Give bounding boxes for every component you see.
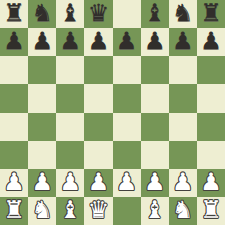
square-d2[interactable]: ♟ bbox=[84, 169, 112, 197]
square-g6[interactable] bbox=[169, 56, 197, 84]
square-d1[interactable]: ♛ bbox=[84, 197, 112, 225]
black-knight-piece[interactable]: ♞ bbox=[31, 1, 53, 25]
black-bishop-piece[interactable]: ♝ bbox=[144, 1, 166, 25]
square-e1[interactable] bbox=[113, 197, 141, 225]
white-bishop-piece[interactable]: ♝ bbox=[60, 198, 82, 222]
white-pawn-piece[interactable]: ♟ bbox=[60, 170, 82, 194]
square-b8[interactable]: ♞ bbox=[28, 0, 56, 28]
white-rook-piece[interactable]: ♜ bbox=[200, 198, 222, 222]
square-c8[interactable]: ♝ bbox=[56, 0, 84, 28]
square-c5[interactable] bbox=[56, 84, 84, 112]
square-h1[interactable]: ♜ bbox=[197, 197, 225, 225]
black-rook-piece[interactable]: ♜ bbox=[3, 1, 25, 25]
square-b4[interactable] bbox=[28, 113, 56, 141]
square-e3[interactable] bbox=[113, 141, 141, 169]
square-g7[interactable]: ♟ bbox=[169, 28, 197, 56]
square-h4[interactable] bbox=[197, 113, 225, 141]
white-knight-piece[interactable]: ♞ bbox=[172, 198, 194, 222]
square-c1[interactable]: ♝ bbox=[56, 197, 84, 225]
square-d5[interactable] bbox=[84, 84, 112, 112]
black-pawn-piece[interactable]: ♟ bbox=[200, 29, 222, 53]
black-knight-piece[interactable]: ♞ bbox=[172, 1, 194, 25]
square-a5[interactable] bbox=[0, 84, 28, 112]
square-b2[interactable]: ♟ bbox=[28, 169, 56, 197]
black-pawn-piece[interactable]: ♟ bbox=[60, 29, 82, 53]
white-knight-piece[interactable]: ♞ bbox=[31, 198, 53, 222]
square-a1[interactable]: ♜ bbox=[0, 197, 28, 225]
white-pawn-piece[interactable]: ♟ bbox=[144, 170, 166, 194]
square-b6[interactable] bbox=[28, 56, 56, 84]
square-c4[interactable] bbox=[56, 113, 84, 141]
square-f3[interactable] bbox=[141, 141, 169, 169]
square-f1[interactable]: ♝ bbox=[141, 197, 169, 225]
black-rook-piece[interactable]: ♜ bbox=[200, 1, 222, 25]
square-e2[interactable]: ♟ bbox=[113, 169, 141, 197]
square-d8[interactable]: ♛ bbox=[84, 0, 112, 28]
square-d4[interactable] bbox=[84, 113, 112, 141]
white-pawn-piece[interactable]: ♟ bbox=[200, 170, 222, 194]
square-c7[interactable]: ♟ bbox=[56, 28, 84, 56]
square-g8[interactable]: ♞ bbox=[169, 0, 197, 28]
square-d7[interactable]: ♟ bbox=[84, 28, 112, 56]
square-g1[interactable]: ♞ bbox=[169, 197, 197, 225]
square-b3[interactable] bbox=[28, 141, 56, 169]
white-bishop-piece[interactable]: ♝ bbox=[144, 198, 166, 222]
square-g5[interactable] bbox=[169, 84, 197, 112]
square-e4[interactable] bbox=[113, 113, 141, 141]
white-pawn-piece[interactable]: ♟ bbox=[3, 170, 25, 194]
white-pawn-piece[interactable]: ♟ bbox=[31, 170, 53, 194]
square-e8[interactable] bbox=[113, 0, 141, 28]
square-d3[interactable] bbox=[84, 141, 112, 169]
white-rook-piece[interactable]: ♜ bbox=[3, 198, 25, 222]
square-f5[interactable] bbox=[141, 84, 169, 112]
square-c6[interactable] bbox=[56, 56, 84, 84]
square-b7[interactable]: ♟ bbox=[28, 28, 56, 56]
square-f8[interactable]: ♝ bbox=[141, 0, 169, 28]
square-e6[interactable] bbox=[113, 56, 141, 84]
square-h5[interactable] bbox=[197, 84, 225, 112]
square-a2[interactable]: ♟ bbox=[0, 169, 28, 197]
black-pawn-piece[interactable]: ♟ bbox=[144, 29, 166, 53]
square-b5[interactable] bbox=[28, 84, 56, 112]
white-queen-piece[interactable]: ♛ bbox=[88, 198, 110, 222]
black-pawn-piece[interactable]: ♟ bbox=[31, 29, 53, 53]
square-h2[interactable]: ♟ bbox=[197, 169, 225, 197]
square-f7[interactable]: ♟ bbox=[141, 28, 169, 56]
square-a7[interactable]: ♟ bbox=[0, 28, 28, 56]
white-pawn-piece[interactable]: ♟ bbox=[88, 170, 110, 194]
black-queen-piece[interactable]: ♛ bbox=[88, 1, 110, 25]
square-e7[interactable]: ♟ bbox=[113, 28, 141, 56]
square-g3[interactable] bbox=[169, 141, 197, 169]
black-pawn-piece[interactable]: ♟ bbox=[172, 29, 194, 53]
square-g2[interactable]: ♟ bbox=[169, 169, 197, 197]
square-f6[interactable] bbox=[141, 56, 169, 84]
square-d6[interactable] bbox=[84, 56, 112, 84]
square-h3[interactable] bbox=[197, 141, 225, 169]
chess-board: ♜♞♝♛♝♞♜♟♟♟♟♟♟♟♟♟♟♟♟♟♟♟♟♜♞♝♛♝♞♜ bbox=[0, 0, 225, 225]
square-h8[interactable]: ♜ bbox=[197, 0, 225, 28]
square-c2[interactable]: ♟ bbox=[56, 169, 84, 197]
square-g4[interactable] bbox=[169, 113, 197, 141]
black-pawn-piece[interactable]: ♟ bbox=[88, 29, 110, 53]
black-pawn-piece[interactable]: ♟ bbox=[116, 29, 138, 53]
black-pawn-piece[interactable]: ♟ bbox=[3, 29, 25, 53]
square-h7[interactable]: ♟ bbox=[197, 28, 225, 56]
square-a8[interactable]: ♜ bbox=[0, 0, 28, 28]
white-pawn-piece[interactable]: ♟ bbox=[172, 170, 194, 194]
square-f2[interactable]: ♟ bbox=[141, 169, 169, 197]
square-f4[interactable] bbox=[141, 113, 169, 141]
square-a6[interactable] bbox=[0, 56, 28, 84]
square-c3[interactable] bbox=[56, 141, 84, 169]
square-a3[interactable] bbox=[0, 141, 28, 169]
square-b1[interactable]: ♞ bbox=[28, 197, 56, 225]
square-e5[interactable] bbox=[113, 84, 141, 112]
square-h6[interactable] bbox=[197, 56, 225, 84]
white-pawn-piece[interactable]: ♟ bbox=[116, 170, 138, 194]
square-a4[interactable] bbox=[0, 113, 28, 141]
black-bishop-piece[interactable]: ♝ bbox=[60, 1, 82, 25]
